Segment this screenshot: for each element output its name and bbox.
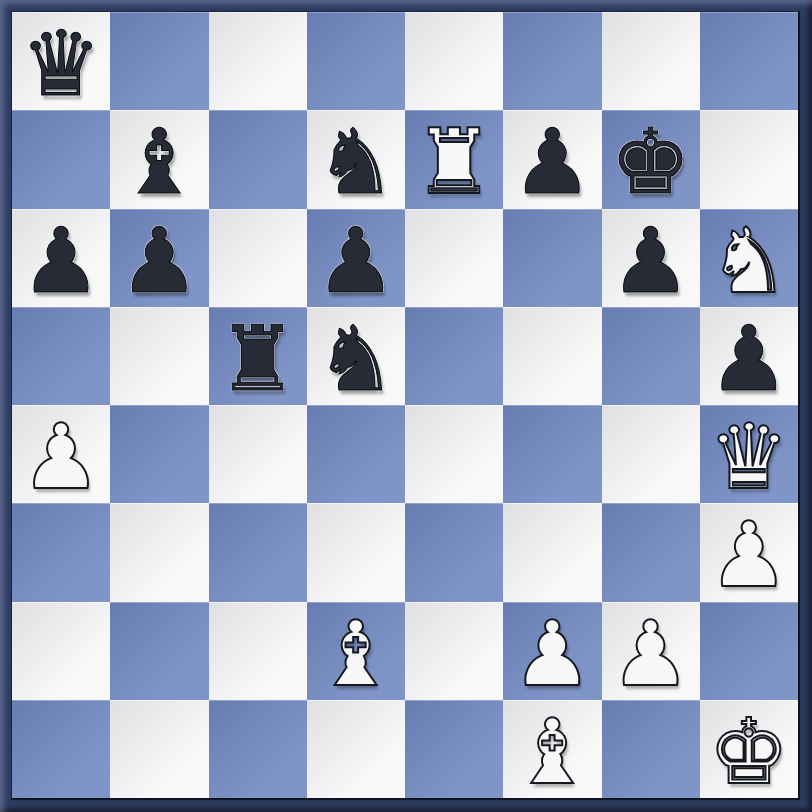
square-g1[interactable] [602, 700, 700, 798]
square-c7[interactable] [209, 110, 307, 208]
black-knight-piece: ♞ [316, 117, 397, 207]
square-h2[interactable] [700, 602, 798, 700]
square-a2[interactable] [12, 602, 110, 700]
white-pawn-piece: ♟ [610, 609, 691, 699]
square-b1[interactable] [110, 700, 208, 798]
square-d5[interactable]: ♞ [307, 307, 405, 405]
square-h7[interactable] [700, 110, 798, 208]
square-e8[interactable] [405, 12, 503, 110]
square-h4[interactable]: ♛ [700, 405, 798, 503]
square-b4[interactable] [110, 405, 208, 503]
black-pawn-piece: ♟ [512, 117, 593, 207]
square-f2[interactable]: ♟ [503, 602, 601, 700]
square-e5[interactable] [405, 307, 503, 405]
square-b3[interactable] [110, 503, 208, 601]
square-g7[interactable]: ♚ [602, 110, 700, 208]
square-b6[interactable]: ♟ [110, 209, 208, 307]
black-pawn-piece: ♟ [316, 216, 397, 306]
square-f7[interactable]: ♟ [503, 110, 601, 208]
square-h6[interactable]: ♞ [700, 209, 798, 307]
square-a7[interactable] [12, 110, 110, 208]
square-c6[interactable] [209, 209, 307, 307]
square-f1[interactable]: ♝ [503, 700, 601, 798]
square-h8[interactable] [700, 12, 798, 110]
square-f6[interactable] [503, 209, 601, 307]
white-pawn-piece: ♟ [512, 609, 593, 699]
square-d4[interactable] [307, 405, 405, 503]
black-pawn-piece: ♟ [610, 216, 691, 306]
square-c3[interactable] [209, 503, 307, 601]
black-rook-piece: ♜ [217, 314, 298, 404]
square-c8[interactable] [209, 12, 307, 110]
black-pawn-piece: ♟ [119, 216, 200, 306]
board-frame: ♛♝♞♜♟♚♟♟♟♟♞♜♞♟♟♛♟♝♟♟♝♚ [0, 0, 812, 812]
square-e6[interactable] [405, 209, 503, 307]
white-queen-piece: ♛ [709, 412, 790, 502]
black-king-piece: ♚ [610, 117, 691, 207]
square-a6[interactable]: ♟ [12, 209, 110, 307]
square-d2[interactable]: ♝ [307, 602, 405, 700]
square-d6[interactable]: ♟ [307, 209, 405, 307]
square-a5[interactable] [12, 307, 110, 405]
square-d8[interactable] [307, 12, 405, 110]
square-e3[interactable] [405, 503, 503, 601]
black-bishop-piece: ♝ [119, 117, 200, 207]
square-a1[interactable] [12, 700, 110, 798]
square-a4[interactable]: ♟ [12, 405, 110, 503]
square-g4[interactable] [602, 405, 700, 503]
white-pawn-piece: ♟ [21, 412, 102, 502]
square-c1[interactable] [209, 700, 307, 798]
square-g8[interactable] [602, 12, 700, 110]
square-h5[interactable]: ♟ [700, 307, 798, 405]
square-e1[interactable] [405, 700, 503, 798]
square-g5[interactable] [602, 307, 700, 405]
white-rook-piece: ♜ [414, 117, 495, 207]
black-queen-piece: ♛ [21, 19, 102, 109]
square-g3[interactable] [602, 503, 700, 601]
square-e4[interactable] [405, 405, 503, 503]
square-c2[interactable] [209, 602, 307, 700]
square-b5[interactable] [110, 307, 208, 405]
square-g2[interactable]: ♟ [602, 602, 700, 700]
black-knight-piece: ♞ [316, 314, 397, 404]
square-f3[interactable] [503, 503, 601, 601]
square-d7[interactable]: ♞ [307, 110, 405, 208]
square-c5[interactable]: ♜ [209, 307, 307, 405]
chess-board: ♛♝♞♜♟♚♟♟♟♟♞♜♞♟♟♛♟♝♟♟♝♚ [11, 11, 800, 800]
square-f5[interactable] [503, 307, 601, 405]
square-f8[interactable] [503, 12, 601, 110]
black-pawn-piece: ♟ [709, 314, 790, 404]
square-f4[interactable] [503, 405, 601, 503]
square-c4[interactable] [209, 405, 307, 503]
square-b8[interactable] [110, 12, 208, 110]
white-bishop-piece: ♝ [512, 707, 593, 797]
square-b7[interactable]: ♝ [110, 110, 208, 208]
white-king-piece: ♚ [709, 707, 790, 797]
square-a3[interactable] [12, 503, 110, 601]
white-knight-piece: ♞ [709, 216, 790, 306]
square-e7[interactable]: ♜ [405, 110, 503, 208]
square-h1[interactable]: ♚ [700, 700, 798, 798]
square-e2[interactable] [405, 602, 503, 700]
square-d1[interactable] [307, 700, 405, 798]
white-bishop-piece: ♝ [316, 609, 397, 699]
black-pawn-piece: ♟ [21, 216, 102, 306]
white-pawn-piece: ♟ [709, 510, 790, 600]
square-a8[interactable]: ♛ [12, 12, 110, 110]
square-h3[interactable]: ♟ [700, 503, 798, 601]
square-g6[interactable]: ♟ [602, 209, 700, 307]
square-d3[interactable] [307, 503, 405, 601]
square-b2[interactable] [110, 602, 208, 700]
